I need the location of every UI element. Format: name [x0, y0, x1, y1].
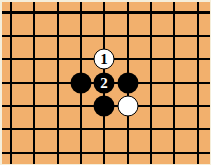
go-board-diagram: 12: [0, 0, 211, 165]
black-stone-move-2: 2: [94, 73, 115, 94]
black-stone: [118, 73, 139, 94]
go-board: 12: [2, 2, 210, 164]
black-stone: [94, 96, 115, 117]
grid-line-horizontal-2: [2, 35, 210, 37]
grid-line-horizontal-6: [2, 128, 210, 130]
grid-line-horizontal-7: [2, 152, 210, 154]
board-edge-line-top: [2, 11, 210, 14]
black-stone: [71, 73, 92, 94]
white-stone-move-1: 1: [94, 49, 115, 70]
white-stone: [118, 96, 139, 117]
